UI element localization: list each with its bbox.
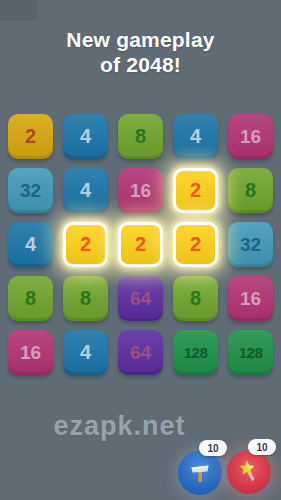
tile-r3c1-value-4[interactable]: 4 xyxy=(8,222,53,267)
tile-r2c1-value-32[interactable]: 32 xyxy=(8,168,53,213)
tile-r4c2-value-8[interactable]: 8 xyxy=(63,276,108,321)
hammer-count-badge: 10 xyxy=(199,440,227,456)
wand-button-disc xyxy=(227,450,271,494)
tile-r3c2-value-2-highlighted[interactable]: 2 xyxy=(63,222,108,267)
hammer-powerup-button[interactable]: 10 xyxy=(178,451,222,495)
tile-r5c1-value-16[interactable]: 16 xyxy=(8,330,53,375)
tile-r3c5-value-32[interactable]: 32 xyxy=(228,222,273,267)
tile-r1c1-value-2[interactable]: 2 xyxy=(8,114,53,159)
tile-r5c5-value-128[interactable]: 128 xyxy=(228,330,273,375)
tile-r2c2-value-4[interactable]: 4 xyxy=(63,168,108,213)
tile-r5c3-value-64[interactable]: 64 xyxy=(118,330,163,375)
tile-r1c2-value-4[interactable]: 4 xyxy=(63,114,108,159)
tile-r1c3-value-8[interactable]: 8 xyxy=(118,114,163,159)
tile-r3c3-value-2-highlighted[interactable]: 2 xyxy=(118,222,163,267)
wand-count-badge: 10 xyxy=(248,439,276,455)
tile-r3c4-value-2-highlighted[interactable]: 2 xyxy=(173,222,218,267)
tile-r4c5-value-16[interactable]: 16 xyxy=(228,276,273,321)
tile-r5c2-value-4[interactable]: 4 xyxy=(63,330,108,375)
tile-r2c5-value-8[interactable]: 8 xyxy=(228,168,273,213)
hammer-button-disc xyxy=(178,451,222,495)
tile-r1c5-value-16[interactable]: 16 xyxy=(228,114,273,159)
title-line-2: of 2048! xyxy=(0,52,281,77)
tile-r5c4-value-128[interactable]: 128 xyxy=(173,330,218,375)
hammer-icon xyxy=(187,460,213,486)
tile-r1c4-value-4[interactable]: 4 xyxy=(173,114,218,159)
watermark-text: ezapk.net xyxy=(0,411,260,442)
tile-r4c1-value-8[interactable]: 8 xyxy=(8,276,53,321)
page-title: New gameplay of 2048! xyxy=(0,27,281,77)
wand-powerup-button[interactable]: 10 xyxy=(227,450,271,494)
board-grid: 2484163241628422232886481616464128128 xyxy=(8,114,273,375)
magic-wand-icon xyxy=(236,459,262,485)
tile-r4c4-value-8[interactable]: 8 xyxy=(173,276,218,321)
tile-r2c3-value-16[interactable]: 16 xyxy=(118,168,163,213)
tile-r2c4-value-2-highlighted[interactable]: 2 xyxy=(173,168,218,213)
tile-r4c3-value-64[interactable]: 64 xyxy=(118,276,163,321)
title-line-1: New gameplay xyxy=(0,27,281,52)
screen-corner-shade xyxy=(0,0,38,21)
